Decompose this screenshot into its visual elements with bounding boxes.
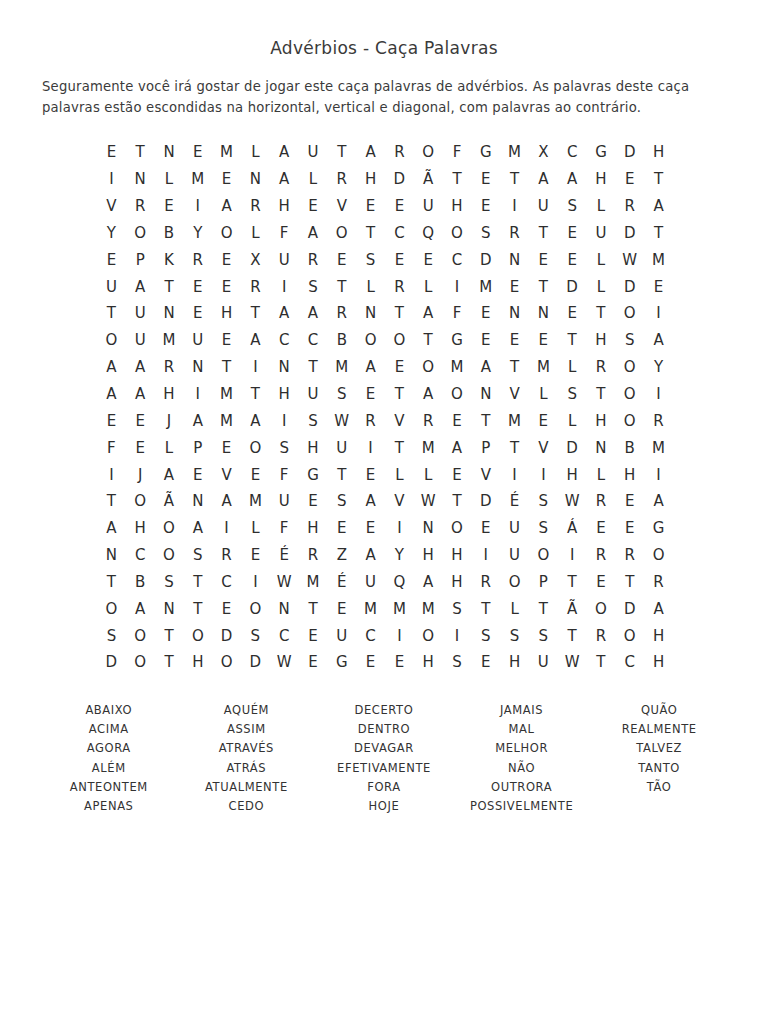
grid-cell[interactable]: S [529, 622, 558, 649]
grid-cell[interactable]: T [500, 354, 529, 381]
grid-cell[interactable]: O [126, 488, 155, 515]
grid-cell[interactable]: D [558, 273, 587, 300]
grid-cell[interactable]: D [471, 488, 500, 515]
grid-cell[interactable]: E [500, 327, 529, 354]
grid-cell[interactable]: U [126, 300, 155, 327]
grid-cell[interactable]: I [183, 381, 212, 408]
grid-cell[interactable]: E [97, 246, 126, 273]
grid-cell[interactable]: T [529, 220, 558, 247]
grid-cell[interactable]: R [644, 407, 673, 434]
grid-cell[interactable]: A [126, 381, 155, 408]
grid-cell[interactable]: U [500, 542, 529, 569]
grid-cell[interactable]: A [126, 595, 155, 622]
grid-cell[interactable]: E [241, 461, 270, 488]
grid-cell[interactable]: D [558, 434, 587, 461]
grid-cell[interactable]: T [558, 327, 587, 354]
grid-cell[interactable]: R [414, 407, 443, 434]
grid-cell[interactable]: W [414, 488, 443, 515]
grid-cell[interactable]: H [270, 193, 299, 220]
grid-cell[interactable]: O [414, 139, 443, 166]
grid-cell[interactable]: A [126, 354, 155, 381]
grid-cell[interactable]: H [414, 649, 443, 676]
grid-cell[interactable]: I [644, 461, 673, 488]
grid-cell[interactable]: A [299, 300, 328, 327]
grid-cell[interactable]: E [529, 327, 558, 354]
grid-cell[interactable]: B [126, 569, 155, 596]
grid-cell[interactable]: N [270, 595, 299, 622]
grid-cell[interactable]: S [529, 488, 558, 515]
grid-cell[interactable]: O [443, 381, 472, 408]
grid-cell[interactable]: E [212, 434, 241, 461]
grid-cell[interactable]: R [615, 193, 644, 220]
grid-cell[interactable]: E [241, 542, 270, 569]
grid-cell[interactable]: U [529, 193, 558, 220]
grid-cell[interactable]: T [500, 434, 529, 461]
grid-cell[interactable]: M [212, 139, 241, 166]
grid-cell[interactable]: U [327, 622, 356, 649]
grid-cell[interactable]: A [471, 354, 500, 381]
grid-cell[interactable]: Y [183, 220, 212, 247]
grid-cell[interactable]: D [615, 595, 644, 622]
grid-cell[interactable]: C [558, 139, 587, 166]
grid-cell[interactable]: E [529, 246, 558, 273]
grid-cell[interactable]: V [385, 407, 414, 434]
grid-cell[interactable]: H [644, 139, 673, 166]
grid-cell[interactable]: S [500, 622, 529, 649]
grid-cell[interactable]: S [155, 569, 184, 596]
grid-cell[interactable]: T [126, 139, 155, 166]
grid-cell[interactable]: A [529, 166, 558, 193]
grid-cell[interactable]: L [587, 246, 616, 273]
grid-cell[interactable]: E [529, 407, 558, 434]
grid-cell[interactable]: Q [414, 220, 443, 247]
grid-cell[interactable]: O [385, 327, 414, 354]
grid-cell[interactable]: M [644, 434, 673, 461]
grid-cell[interactable]: T [471, 595, 500, 622]
grid-cell[interactable]: T [155, 273, 184, 300]
grid-cell[interactable]: H [126, 515, 155, 542]
grid-cell[interactable]: I [471, 542, 500, 569]
grid-cell[interactable]: F [97, 434, 126, 461]
grid-cell[interactable]: A [212, 488, 241, 515]
grid-cell[interactable]: L [558, 407, 587, 434]
grid-cell[interactable]: O [241, 434, 270, 461]
grid-cell[interactable]: N [471, 381, 500, 408]
grid-cell[interactable]: A [356, 488, 385, 515]
grid-cell[interactable]: O [644, 542, 673, 569]
grid-cell[interactable]: R [212, 542, 241, 569]
grid-cell[interactable]: A [414, 381, 443, 408]
grid-cell[interactable]: R [241, 193, 270, 220]
grid-cell[interactable]: M [299, 569, 328, 596]
grid-cell[interactable]: R [299, 542, 328, 569]
grid-cell[interactable]: S [183, 542, 212, 569]
grid-cell[interactable]: I [183, 193, 212, 220]
grid-cell[interactable]: M [414, 434, 443, 461]
grid-cell[interactable]: O [500, 569, 529, 596]
grid-cell[interactable]: A [270, 300, 299, 327]
grid-cell[interactable]: L [155, 166, 184, 193]
grid-cell[interactable]: A [183, 515, 212, 542]
grid-cell[interactable]: N [356, 300, 385, 327]
grid-cell[interactable]: E [299, 193, 328, 220]
grid-cell[interactable]: T [97, 569, 126, 596]
grid-cell[interactable]: T [212, 354, 241, 381]
grid-cell[interactable]: U [356, 569, 385, 596]
grid-cell[interactable]: S [471, 220, 500, 247]
grid-cell[interactable]: C [270, 622, 299, 649]
grid-cell[interactable]: A [644, 488, 673, 515]
grid-cell[interactable]: M [414, 595, 443, 622]
grid-cell[interactable]: I [529, 461, 558, 488]
grid-cell[interactable]: T [155, 649, 184, 676]
grid-cell[interactable]: O [155, 542, 184, 569]
grid-cell[interactable]: C [356, 622, 385, 649]
grid-cell[interactable]: M [327, 354, 356, 381]
grid-cell[interactable]: E [356, 649, 385, 676]
grid-cell[interactable]: O [183, 622, 212, 649]
grid-cell[interactable]: N [97, 542, 126, 569]
grid-cell[interactable]: T [327, 273, 356, 300]
grid-cell[interactable]: T [385, 434, 414, 461]
grid-cell[interactable]: E [327, 515, 356, 542]
grid-cell[interactable]: E [471, 515, 500, 542]
grid-cell[interactable]: N [270, 354, 299, 381]
grid-cell[interactable]: U [270, 246, 299, 273]
grid-cell[interactable]: S [241, 622, 270, 649]
grid-cell[interactable]: A [97, 354, 126, 381]
grid-cell[interactable]: M [500, 407, 529, 434]
grid-cell[interactable]: T [299, 354, 328, 381]
grid-cell[interactable]: S [443, 595, 472, 622]
grid-cell[interactable]: O [126, 622, 155, 649]
grid-cell[interactable]: I [443, 273, 472, 300]
grid-cell[interactable]: T [155, 622, 184, 649]
grid-cell[interactable]: E [471, 327, 500, 354]
grid-cell[interactable]: I [385, 515, 414, 542]
grid-cell[interactable]: I [500, 193, 529, 220]
grid-cell[interactable]: D [385, 166, 414, 193]
grid-cell[interactable]: N [414, 515, 443, 542]
grid-cell[interactable]: B [155, 220, 184, 247]
grid-cell[interactable]: E [558, 246, 587, 273]
grid-cell[interactable]: E [299, 649, 328, 676]
grid-cell[interactable]: A [270, 139, 299, 166]
grid-cell[interactable]: N [155, 300, 184, 327]
grid-cell[interactable]: E [414, 246, 443, 273]
grid-cell[interactable]: E [587, 515, 616, 542]
grid-cell[interactable]: G [327, 649, 356, 676]
grid-cell[interactable]: E [212, 166, 241, 193]
grid-cell[interactable]: W [270, 569, 299, 596]
grid-cell[interactable]: C [443, 246, 472, 273]
grid-cell[interactable]: E [327, 246, 356, 273]
grid-cell[interactable]: A [97, 515, 126, 542]
grid-cell[interactable]: A [97, 381, 126, 408]
grid-cell[interactable]: N [155, 139, 184, 166]
grid-cell[interactable]: E [299, 488, 328, 515]
grid-cell[interactable]: Q [385, 569, 414, 596]
grid-cell[interactable]: V [212, 461, 241, 488]
grid-cell[interactable]: A [644, 193, 673, 220]
grid-cell[interactable]: L [241, 220, 270, 247]
grid-cell[interactable]: H [587, 166, 616, 193]
grid-cell[interactable]: G [299, 461, 328, 488]
grid-cell[interactable]: M [155, 327, 184, 354]
grid-cell[interactable]: M [212, 381, 241, 408]
grid-cell[interactable]: E [471, 300, 500, 327]
grid-cell[interactable]: G [587, 139, 616, 166]
grid-cell[interactable]: S [529, 515, 558, 542]
grid-cell[interactable]: H [414, 542, 443, 569]
grid-cell[interactable]: J [126, 461, 155, 488]
grid-cell[interactable]: C [615, 649, 644, 676]
grid-cell[interactable]: V [327, 193, 356, 220]
grid-cell[interactable]: I [212, 515, 241, 542]
grid-cell[interactable]: A [558, 166, 587, 193]
grid-cell[interactable]: U [97, 273, 126, 300]
grid-cell[interactable]: S [615, 327, 644, 354]
grid-cell[interactable]: M [529, 354, 558, 381]
grid-cell[interactable]: F [443, 139, 472, 166]
grid-cell[interactable]: L [414, 273, 443, 300]
grid-cell[interactable]: I [644, 300, 673, 327]
grid-cell[interactable]: O [414, 354, 443, 381]
grid-cell[interactable]: E [587, 569, 616, 596]
grid-cell[interactable]: E [212, 273, 241, 300]
grid-cell[interactable]: E [126, 407, 155, 434]
grid-cell[interactable]: É [270, 542, 299, 569]
grid-cell[interactable]: E [385, 354, 414, 381]
grid-cell[interactable]: U [587, 220, 616, 247]
grid-cell[interactable]: A [443, 434, 472, 461]
grid-cell[interactable]: T [327, 461, 356, 488]
grid-cell[interactable]: A [356, 354, 385, 381]
grid-cell[interactable]: E [126, 434, 155, 461]
grid-cell[interactable]: Á [558, 515, 587, 542]
grid-cell[interactable]: E [558, 220, 587, 247]
grid-cell[interactable]: A [414, 569, 443, 596]
grid-cell[interactable]: N [500, 300, 529, 327]
grid-cell[interactable]: H [356, 166, 385, 193]
grid-cell[interactable]: H [644, 622, 673, 649]
grid-cell[interactable]: T [241, 300, 270, 327]
grid-cell[interactable]: L [587, 461, 616, 488]
grid-cell[interactable]: N [587, 434, 616, 461]
grid-cell[interactable]: T [443, 488, 472, 515]
grid-cell[interactable]: U [500, 515, 529, 542]
grid-cell[interactable]: A [414, 300, 443, 327]
grid-cell[interactable]: L [241, 515, 270, 542]
grid-cell[interactable]: S [443, 649, 472, 676]
grid-cell[interactable]: Z [327, 542, 356, 569]
grid-cell[interactable]: T [356, 220, 385, 247]
grid-cell[interactable]: O [443, 515, 472, 542]
grid-cell[interactable]: H [212, 300, 241, 327]
grid-cell[interactable]: S [558, 381, 587, 408]
grid-cell[interactable]: D [212, 622, 241, 649]
grid-cell[interactable]: M [471, 273, 500, 300]
grid-cell[interactable]: T [385, 381, 414, 408]
grid-cell[interactable]: M [183, 166, 212, 193]
grid-cell[interactable]: T [241, 381, 270, 408]
grid-cell[interactable]: I [443, 622, 472, 649]
grid-cell[interactable]: L [558, 354, 587, 381]
grid-cell[interactable]: R [471, 569, 500, 596]
grid-cell[interactable]: L [414, 461, 443, 488]
grid-cell[interactable]: I [97, 166, 126, 193]
grid-cell[interactable]: A [356, 139, 385, 166]
grid-cell[interactable]: L [500, 595, 529, 622]
grid-cell[interactable]: S [97, 622, 126, 649]
grid-cell[interactable]: W [327, 407, 356, 434]
grid-cell[interactable]: N [155, 595, 184, 622]
grid-cell[interactable]: H [644, 649, 673, 676]
grid-cell[interactable]: S [558, 193, 587, 220]
grid-cell[interactable]: I [644, 381, 673, 408]
grid-cell[interactable]: A [356, 542, 385, 569]
grid-cell[interactable]: O [126, 649, 155, 676]
grid-cell[interactable]: D [615, 273, 644, 300]
grid-cell[interactable]: H [587, 327, 616, 354]
grid-cell[interactable]: E [644, 273, 673, 300]
grid-cell[interactable]: A [299, 220, 328, 247]
grid-cell[interactable]: L [529, 381, 558, 408]
grid-cell[interactable]: O [443, 220, 472, 247]
grid-cell[interactable]: K [155, 246, 184, 273]
grid-cell[interactable]: T [587, 649, 616, 676]
grid-cell[interactable]: E [183, 273, 212, 300]
grid-cell[interactable]: E [615, 488, 644, 515]
grid-cell[interactable]: A [270, 166, 299, 193]
grid-cell[interactable]: A [155, 461, 184, 488]
grid-cell[interactable]: P [126, 246, 155, 273]
grid-cell[interactable]: Ã [558, 595, 587, 622]
grid-cell[interactable]: S [327, 488, 356, 515]
grid-cell[interactable]: X [529, 139, 558, 166]
grid-cell[interactable]: Ã [414, 166, 443, 193]
grid-cell[interactable]: N [529, 300, 558, 327]
grid-cell[interactable]: E [615, 166, 644, 193]
grid-cell[interactable]: H [183, 649, 212, 676]
grid-cell[interactable]: N [126, 166, 155, 193]
grid-cell[interactable]: E [212, 327, 241, 354]
grid-cell[interactable]: E [97, 407, 126, 434]
grid-cell[interactable]: O [414, 622, 443, 649]
grid-cell[interactable]: T [558, 569, 587, 596]
grid-cell[interactable]: G [443, 327, 472, 354]
grid-cell[interactable]: M [500, 139, 529, 166]
grid-cell[interactable]: W [615, 246, 644, 273]
grid-cell[interactable]: T [327, 139, 356, 166]
grid-cell[interactable]: U [414, 193, 443, 220]
grid-cell[interactable]: Ã [155, 488, 184, 515]
grid-cell[interactable]: O [97, 595, 126, 622]
grid-cell[interactable]: R [385, 139, 414, 166]
grid-cell[interactable]: R [155, 354, 184, 381]
grid-cell[interactable]: E [471, 166, 500, 193]
grid-cell[interactable]: S [270, 434, 299, 461]
grid-cell[interactable]: E [443, 407, 472, 434]
grid-cell[interactable]: O [212, 649, 241, 676]
grid-cell[interactable]: V [97, 193, 126, 220]
grid-cell[interactable]: T [183, 595, 212, 622]
grid-cell[interactable]: T [529, 273, 558, 300]
grid-cell[interactable]: U [126, 327, 155, 354]
grid-cell[interactable]: U [299, 139, 328, 166]
grid-cell[interactable]: T [644, 220, 673, 247]
grid-cell[interactable]: C [385, 220, 414, 247]
grid-cell[interactable]: B [327, 327, 356, 354]
grid-cell[interactable]: E [356, 381, 385, 408]
grid-cell[interactable]: H [155, 381, 184, 408]
grid-cell[interactable]: C [126, 542, 155, 569]
grid-cell[interactable]: N [183, 488, 212, 515]
grid-cell[interactable]: N [241, 166, 270, 193]
grid-cell[interactable]: U [270, 488, 299, 515]
grid-cell[interactable]: T [587, 300, 616, 327]
grid-cell[interactable]: W [558, 488, 587, 515]
grid-cell[interactable]: O [241, 595, 270, 622]
grid-cell[interactable]: H [443, 193, 472, 220]
grid-cell[interactable]: O [529, 542, 558, 569]
grid-cell[interactable]: S [327, 381, 356, 408]
grid-cell[interactable]: W [558, 649, 587, 676]
grid-cell[interactable]: B [615, 434, 644, 461]
grid-cell[interactable]: R [587, 488, 616, 515]
grid-cell[interactable]: V [471, 461, 500, 488]
grid-cell[interactable]: F [270, 220, 299, 247]
grid-cell[interactable]: O [126, 220, 155, 247]
grid-cell[interactable]: T [529, 595, 558, 622]
grid-cell[interactable]: E [212, 246, 241, 273]
grid-cell[interactable]: R [385, 273, 414, 300]
grid-cell[interactable]: P [183, 434, 212, 461]
grid-cell[interactable]: O [615, 354, 644, 381]
grid-cell[interactable]: W [270, 649, 299, 676]
grid-cell[interactable]: I [97, 461, 126, 488]
grid-cell[interactable]: T [97, 300, 126, 327]
grid-cell[interactable]: E [183, 461, 212, 488]
grid-cell[interactable]: V [385, 488, 414, 515]
grid-cell[interactable]: H [443, 569, 472, 596]
grid-cell[interactable]: D [241, 649, 270, 676]
grid-cell[interactable]: L [385, 461, 414, 488]
grid-cell[interactable]: Y [97, 220, 126, 247]
grid-cell[interactable]: P [529, 569, 558, 596]
grid-cell[interactable]: S [471, 622, 500, 649]
grid-cell[interactable]: R [327, 300, 356, 327]
grid-cell[interactable]: E [327, 595, 356, 622]
grid-cell[interactable]: T [385, 300, 414, 327]
grid-cell[interactable]: H [299, 434, 328, 461]
grid-cell[interactable]: R [356, 407, 385, 434]
grid-cell[interactable]: N [183, 354, 212, 381]
grid-cell[interactable]: I [241, 569, 270, 596]
grid-cell[interactable]: E [212, 595, 241, 622]
grid-cell[interactable]: C [270, 327, 299, 354]
grid-cell[interactable]: T [443, 166, 472, 193]
grid-cell[interactable]: M [241, 488, 270, 515]
grid-cell[interactable]: M [356, 595, 385, 622]
grid-cell[interactable]: V [529, 434, 558, 461]
grid-cell[interactable]: T [615, 569, 644, 596]
grid-cell[interactable]: H [443, 542, 472, 569]
grid-cell[interactable]: O [615, 300, 644, 327]
grid-cell[interactable]: P [471, 434, 500, 461]
grid-cell[interactable]: C [299, 327, 328, 354]
grid-cell[interactable]: S [299, 273, 328, 300]
